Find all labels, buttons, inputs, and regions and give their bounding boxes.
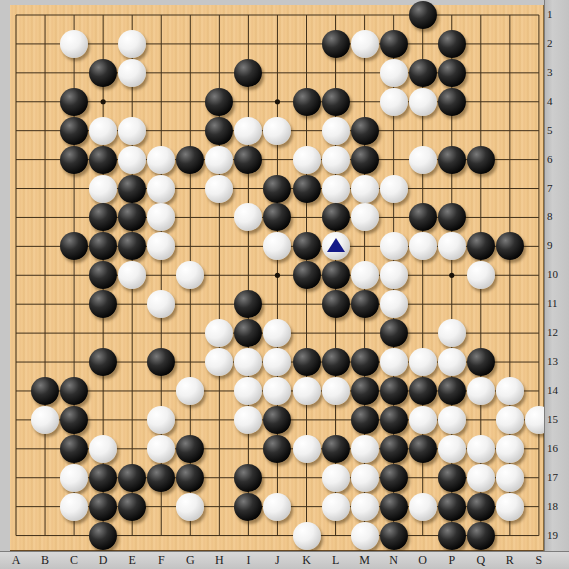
white-stone: [147, 175, 175, 203]
row-label-9: 9: [547, 239, 567, 251]
white-stone: [205, 146, 233, 174]
white-stone: [351, 175, 379, 203]
white-stone: [351, 203, 379, 231]
row-label-15: 15: [547, 413, 567, 425]
white-stone: [496, 493, 524, 521]
white-stone: [380, 88, 408, 116]
black-stone: [438, 522, 466, 550]
white-stone: [380, 290, 408, 318]
row-label-16: 16: [547, 442, 567, 454]
black-stone: [409, 203, 437, 231]
white-stone: [118, 59, 146, 87]
white-stone: [60, 464, 88, 492]
column-label-L: L: [328, 553, 344, 568]
black-stone: [409, 435, 437, 463]
column-label-C: C: [66, 553, 82, 568]
white-stone: [409, 88, 437, 116]
column-label-O: O: [415, 553, 431, 568]
row-label-14: 14: [547, 384, 567, 396]
row-label-7: 7: [547, 182, 567, 194]
row-label-10: 10: [547, 268, 567, 280]
black-stone: [467, 232, 495, 260]
white-stone: [351, 261, 379, 289]
black-stone: [293, 175, 321, 203]
black-stone: [89, 348, 117, 376]
column-label-E: E: [124, 553, 140, 568]
white-stone: [496, 377, 524, 405]
black-stone: [293, 261, 321, 289]
black-stone: [409, 59, 437, 87]
black-stone: [60, 406, 88, 434]
white-stone: [322, 464, 350, 492]
black-stone: [234, 464, 262, 492]
row-label-3: 3: [547, 66, 567, 78]
column-label-F: F: [153, 553, 169, 568]
black-stone: [89, 522, 117, 550]
black-stone: [60, 88, 88, 116]
white-stone: [380, 348, 408, 376]
black-stone: [467, 146, 495, 174]
white-stone: [351, 30, 379, 58]
black-stone: [380, 493, 408, 521]
white-stone: [60, 493, 88, 521]
white-stone: [147, 146, 175, 174]
black-stone: [60, 117, 88, 145]
black-stone: [263, 175, 291, 203]
white-stone: [322, 146, 350, 174]
white-stone: [467, 464, 495, 492]
white-stone: [409, 493, 437, 521]
white-stone: [438, 406, 466, 434]
black-stone: [322, 203, 350, 231]
black-stone: [176, 464, 204, 492]
black-stone: [380, 435, 408, 463]
black-stone: [380, 464, 408, 492]
black-stone: [293, 232, 321, 260]
column-label-Q: Q: [473, 553, 489, 568]
row-label-17: 17: [547, 471, 567, 483]
white-stone: [322, 117, 350, 145]
black-stone: [234, 146, 262, 174]
black-stone: [234, 493, 262, 521]
white-stone: [467, 261, 495, 289]
white-stone: [293, 435, 321, 463]
black-stone: [205, 88, 233, 116]
row-label-5: 5: [547, 124, 567, 136]
black-stone: [322, 348, 350, 376]
white-stone: [293, 522, 321, 550]
black-stone: [322, 88, 350, 116]
column-label-I: I: [240, 553, 256, 568]
row-label-1: 1: [547, 8, 567, 20]
black-stone: [31, 377, 59, 405]
white-stone: [467, 435, 495, 463]
white-stone: [380, 59, 408, 87]
black-stone: [438, 88, 466, 116]
white-stone: [496, 406, 524, 434]
black-stone: [60, 146, 88, 174]
white-stone: [496, 464, 524, 492]
row-label-19: 19: [547, 529, 567, 541]
black-stone: [438, 59, 466, 87]
row-label-8: 8: [547, 210, 567, 222]
black-stone: [322, 435, 350, 463]
white-stone: [438, 319, 466, 347]
white-stone: [351, 435, 379, 463]
black-stone: [438, 203, 466, 231]
column-label-S: S: [531, 553, 547, 568]
white-stone: [293, 146, 321, 174]
row-label-18: 18: [547, 500, 567, 512]
black-stone: [205, 117, 233, 145]
white-stone: [118, 30, 146, 58]
black-stone: [118, 464, 146, 492]
white-stone: [147, 406, 175, 434]
black-stone: [351, 290, 379, 318]
black-stone: [380, 406, 408, 434]
white-stone: [176, 493, 204, 521]
white-stone: [118, 146, 146, 174]
white-stone: [380, 261, 408, 289]
row-label-4: 4: [547, 95, 567, 107]
black-stone: [380, 522, 408, 550]
last-move-triangle-marker: [327, 238, 345, 252]
column-label-P: P: [444, 553, 460, 568]
white-stone: [31, 406, 59, 434]
white-stone: [89, 117, 117, 145]
white-stone: [496, 435, 524, 463]
white-stone: [322, 377, 350, 405]
white-stone: [351, 522, 379, 550]
black-stone: [89, 59, 117, 87]
white-stone: [438, 435, 466, 463]
black-stone: [60, 435, 88, 463]
white-stone: [60, 30, 88, 58]
row-label-11: 11: [547, 297, 567, 309]
white-stone: [467, 377, 495, 405]
white-stone: [438, 232, 466, 260]
black-stone: [351, 348, 379, 376]
white-stone: [438, 348, 466, 376]
black-stone: [351, 406, 379, 434]
column-label-H: H: [211, 553, 227, 568]
black-stone: [438, 146, 466, 174]
column-label-K: K: [299, 553, 315, 568]
white-stone: [409, 146, 437, 174]
white-stone: [322, 493, 350, 521]
white-stone: [205, 175, 233, 203]
black-stone: [467, 348, 495, 376]
column-label-N: N: [386, 553, 402, 568]
row-label-2: 2: [547, 37, 567, 49]
white-stone: [293, 377, 321, 405]
black-stone: [322, 30, 350, 58]
black-stone: [176, 146, 204, 174]
column-label-R: R: [502, 553, 518, 568]
black-stone: [322, 261, 350, 289]
black-stone: [409, 377, 437, 405]
black-stone: [380, 377, 408, 405]
white-stone: [263, 493, 291, 521]
column-label-J: J: [269, 553, 285, 568]
black-stone: [118, 175, 146, 203]
black-stone: [60, 377, 88, 405]
black-stone: [380, 319, 408, 347]
column-label-A: A: [8, 553, 24, 568]
column-label-M: M: [357, 553, 373, 568]
black-stone: [293, 88, 321, 116]
white-stone: [118, 117, 146, 145]
black-stone: [176, 435, 204, 463]
column-label-G: G: [182, 553, 198, 568]
white-stone: [380, 175, 408, 203]
white-stone: [147, 435, 175, 463]
black-stone: [467, 522, 495, 550]
white-stone: [409, 406, 437, 434]
black-stone: [351, 146, 379, 174]
black-stone: [351, 117, 379, 145]
black-stone: [118, 493, 146, 521]
white-stone: [263, 117, 291, 145]
row-label-6: 6: [547, 153, 567, 165]
column-label-D: D: [95, 553, 111, 568]
black-stone: [351, 377, 379, 405]
black-stone: [293, 348, 321, 376]
white-stone: [89, 175, 117, 203]
black-stone: [438, 464, 466, 492]
row-label-13: 13: [547, 355, 567, 367]
black-stone: [438, 377, 466, 405]
row-label-12: 12: [547, 326, 567, 338]
white-stone: [322, 175, 350, 203]
go-board-window: ABCDEFGHIJKLMNOPQRS123456789101112131415…: [0, 0, 569, 569]
white-stone: [409, 232, 437, 260]
white-stone: [351, 493, 379, 521]
black-stone: [467, 493, 495, 521]
black-stone: [89, 464, 117, 492]
black-stone: [409, 1, 437, 29]
white-stone: [351, 464, 379, 492]
white-stone: [234, 117, 262, 145]
white-stone: [380, 232, 408, 260]
black-stone: [322, 290, 350, 318]
white-stone: [409, 348, 437, 376]
black-stone: [147, 464, 175, 492]
black-stone: [438, 30, 466, 58]
white-stone: [89, 435, 117, 463]
black-stone: [380, 30, 408, 58]
black-stone: [89, 146, 117, 174]
black-stone: [438, 493, 466, 521]
black-stone: [89, 493, 117, 521]
column-label-B: B: [37, 553, 53, 568]
